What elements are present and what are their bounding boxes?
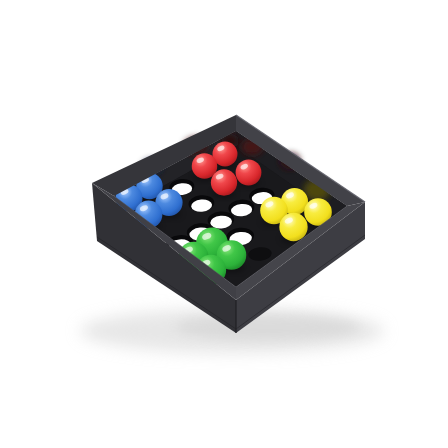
product-photo-stage bbox=[0, 0, 448, 448]
marble-red[interactable] bbox=[236, 160, 262, 187]
board-photo bbox=[0, 0, 448, 448]
marble-red[interactable] bbox=[211, 169, 237, 197]
